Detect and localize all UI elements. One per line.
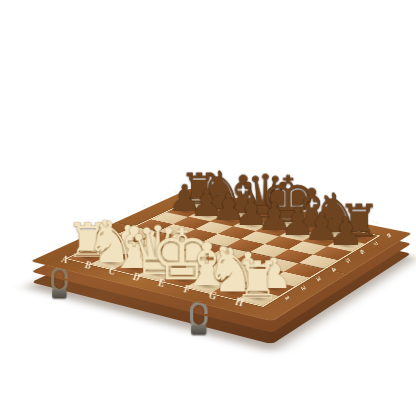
scene: ABCDEFGH ABCDEFGH 87654321 87654321 ♜♞♝♛… (0, 0, 416, 416)
clasp-right (188, 302, 210, 335)
rank-label-4: 4 (325, 263, 342, 276)
chess-board: ABCDEFGH ABCDEFGH 87654321 87654321 ♜♞♝♛… (30, 189, 412, 322)
file-label-f: F (172, 280, 202, 298)
rank-label-5: 5 (340, 254, 357, 267)
file-label-g: G (198, 286, 228, 304)
file-label-e: E (147, 274, 176, 291)
file-label-d: D (123, 268, 151, 285)
clasp-keeper (191, 325, 206, 335)
file-label-h: H (224, 292, 255, 310)
rank-label-1: 1 (278, 291, 297, 305)
photo-canvas: ABCDEFGH ABCDEFGH 87654321 87654321 ♜♞♝♛… (0, 0, 416, 416)
clasp-left (49, 267, 70, 298)
clasp-keeper (52, 289, 67, 298)
rank-label-6: 6 (354, 246, 370, 258)
rank-label-7: 7 (368, 238, 384, 250)
